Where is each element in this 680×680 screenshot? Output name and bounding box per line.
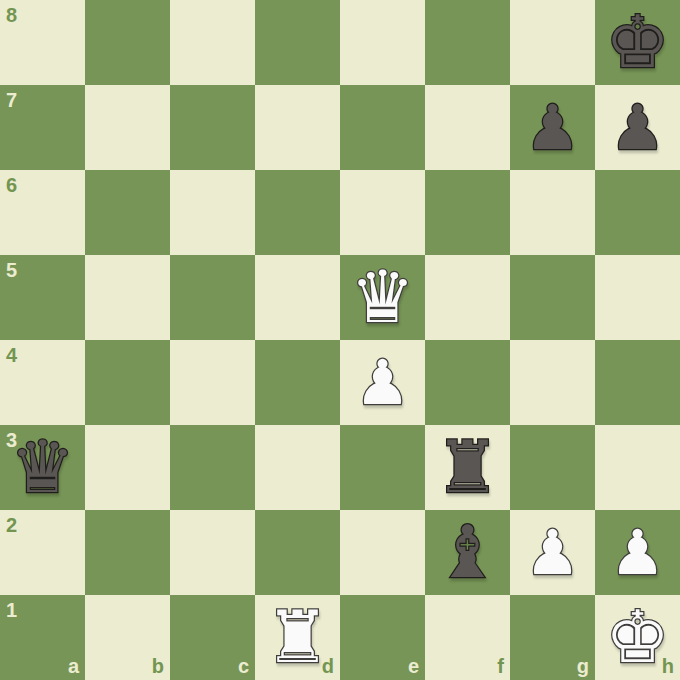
square-h5[interactable]: [595, 255, 680, 340]
square-b8[interactable]: [85, 0, 170, 85]
square-b7[interactable]: [85, 85, 170, 170]
square-e1[interactable]: e: [340, 595, 425, 680]
piece-white-queen[interactable]: ♛: [350, 255, 415, 340]
square-c1[interactable]: c: [170, 595, 255, 680]
square-h2[interactable]: ♟: [595, 510, 680, 595]
square-d6[interactable]: [255, 170, 340, 255]
square-a6[interactable]: 6: [0, 170, 85, 255]
square-h1[interactable]: h♚: [595, 595, 680, 680]
piece-black-pawn[interactable]: ♟: [525, 85, 581, 170]
piece-white-rook[interactable]: ♜: [265, 595, 330, 680]
square-a8[interactable]: 8: [0, 0, 85, 85]
square-c4[interactable]: [170, 340, 255, 425]
square-a7[interactable]: 7: [0, 85, 85, 170]
square-g7[interactable]: ♟: [510, 85, 595, 170]
file-label-e: e: [408, 656, 419, 676]
square-e3[interactable]: [340, 425, 425, 510]
square-b3[interactable]: [85, 425, 170, 510]
square-c7[interactable]: [170, 85, 255, 170]
square-g8[interactable]: [510, 0, 595, 85]
file-label-c: c: [238, 656, 249, 676]
square-f8[interactable]: [425, 0, 510, 85]
piece-black-bishop[interactable]: ♝: [435, 510, 500, 595]
square-g4[interactable]: [510, 340, 595, 425]
square-c6[interactable]: [170, 170, 255, 255]
piece-white-pawn[interactable]: ♟: [610, 510, 666, 595]
rank-label-8: 8: [6, 5, 17, 25]
square-g2[interactable]: ♟: [510, 510, 595, 595]
square-b2[interactable]: [85, 510, 170, 595]
rank-label-7: 7: [6, 90, 17, 110]
square-a5[interactable]: 5: [0, 255, 85, 340]
piece-white-king[interactable]: ♚: [605, 595, 670, 680]
square-f5[interactable]: [425, 255, 510, 340]
square-h7[interactable]: ♟: [595, 85, 680, 170]
square-a4[interactable]: 4: [0, 340, 85, 425]
square-h6[interactable]: [595, 170, 680, 255]
rank-label-5: 5: [6, 260, 17, 280]
square-b1[interactable]: b: [85, 595, 170, 680]
file-label-b: b: [152, 656, 164, 676]
square-a2[interactable]: 2: [0, 510, 85, 595]
square-g5[interactable]: [510, 255, 595, 340]
square-d5[interactable]: [255, 255, 340, 340]
rank-label-1: 1: [6, 600, 17, 620]
piece-black-pawn[interactable]: ♟: [610, 85, 666, 170]
square-d4[interactable]: [255, 340, 340, 425]
square-c8[interactable]: [170, 0, 255, 85]
square-g3[interactable]: [510, 425, 595, 510]
square-d3[interactable]: [255, 425, 340, 510]
square-g1[interactable]: g: [510, 595, 595, 680]
square-b6[interactable]: [85, 170, 170, 255]
square-d1[interactable]: d♜: [255, 595, 340, 680]
square-d2[interactable]: [255, 510, 340, 595]
rank-label-2: 2: [6, 515, 17, 535]
square-b4[interactable]: [85, 340, 170, 425]
file-label-a: a: [68, 656, 79, 676]
square-f2[interactable]: ♝: [425, 510, 510, 595]
chess-board: 8♚7♟♟65♛4♟3♛♜2♝♟♟1abcd♜efgh♚: [0, 0, 680, 680]
piece-black-queen[interactable]: ♛: [10, 425, 75, 510]
square-a3[interactable]: 3♛: [0, 425, 85, 510]
file-label-g: g: [577, 656, 589, 676]
file-label-f: f: [497, 656, 504, 676]
square-h4[interactable]: [595, 340, 680, 425]
piece-black-rook[interactable]: ♜: [435, 425, 500, 510]
piece-white-pawn[interactable]: ♟: [525, 510, 581, 595]
square-f1[interactable]: f: [425, 595, 510, 680]
rank-label-6: 6: [6, 175, 17, 195]
square-e6[interactable]: [340, 170, 425, 255]
square-e7[interactable]: [340, 85, 425, 170]
square-d8[interactable]: [255, 0, 340, 85]
square-b5[interactable]: [85, 255, 170, 340]
square-c5[interactable]: [170, 255, 255, 340]
square-e5[interactable]: ♛: [340, 255, 425, 340]
square-a1[interactable]: 1a: [0, 595, 85, 680]
square-e8[interactable]: [340, 0, 425, 85]
square-h8[interactable]: ♚: [595, 0, 680, 85]
square-d7[interactable]: [255, 85, 340, 170]
square-f4[interactable]: [425, 340, 510, 425]
square-f6[interactable]: [425, 170, 510, 255]
square-c3[interactable]: [170, 425, 255, 510]
square-c2[interactable]: [170, 510, 255, 595]
rank-label-4: 4: [6, 345, 17, 365]
square-f3[interactable]: ♜: [425, 425, 510, 510]
piece-white-pawn[interactable]: ♟: [355, 340, 411, 425]
piece-black-king[interactable]: ♚: [605, 0, 670, 85]
square-f7[interactable]: [425, 85, 510, 170]
square-e4[interactable]: ♟: [340, 340, 425, 425]
square-h3[interactable]: [595, 425, 680, 510]
square-g6[interactable]: [510, 170, 595, 255]
square-e2[interactable]: [340, 510, 425, 595]
